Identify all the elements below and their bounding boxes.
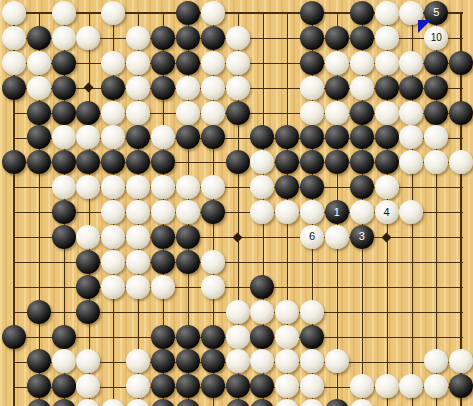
board-intersection[interactable] xyxy=(175,75,200,100)
board-intersection[interactable] xyxy=(51,75,76,100)
board-intersection[interactable]: 3 xyxy=(349,225,374,250)
white-stone xyxy=(399,51,423,75)
board-intersection[interactable] xyxy=(250,200,275,225)
board-intersection[interactable] xyxy=(349,399,374,406)
white-stone xyxy=(424,125,448,149)
board-intersection[interactable] xyxy=(26,75,51,100)
board-intersection[interactable] xyxy=(2,75,27,100)
board-intersection[interactable] xyxy=(225,374,250,399)
board-intersection[interactable] xyxy=(126,150,151,175)
board-intersection[interactable] xyxy=(300,399,325,406)
black-stone xyxy=(424,51,448,75)
board-intersection[interactable] xyxy=(151,274,176,299)
board-intersection[interactable] xyxy=(275,150,300,175)
board-intersection[interactable] xyxy=(349,1,374,26)
black-stone xyxy=(52,374,76,398)
board-intersection[interactable] xyxy=(300,1,325,26)
board-intersection[interactable] xyxy=(175,324,200,349)
move-number-label: 6 xyxy=(309,231,315,242)
board-intersection[interactable] xyxy=(26,50,51,75)
black-stone xyxy=(350,125,374,149)
black-stone xyxy=(176,51,200,75)
board-intersection[interactable] xyxy=(300,150,325,175)
black-stone xyxy=(226,150,250,174)
board-intersection[interactable] xyxy=(250,274,275,299)
board-intersection[interactable] xyxy=(399,150,424,175)
board-intersection[interactable] xyxy=(225,299,250,324)
board-intersection[interactable] xyxy=(175,249,200,274)
board-intersection[interactable] xyxy=(324,100,349,125)
board-intersection[interactable] xyxy=(151,399,176,406)
board-intersection[interactable] xyxy=(225,75,250,100)
board-intersection[interactable] xyxy=(151,25,176,50)
board-intersection[interactable] xyxy=(126,100,151,125)
white-stone xyxy=(151,175,175,199)
board-intersection[interactable] xyxy=(76,25,101,50)
board-intersection[interactable] xyxy=(374,100,399,125)
board-intersection[interactable] xyxy=(424,150,449,175)
white-stone xyxy=(151,200,175,224)
board-intersection[interactable] xyxy=(101,150,126,175)
board-intersection[interactable] xyxy=(374,125,399,150)
board-intersection[interactable] xyxy=(76,225,101,250)
board-intersection[interactable] xyxy=(275,125,300,150)
board-intersection[interactable] xyxy=(175,100,200,125)
board-intersection[interactable] xyxy=(101,100,126,125)
board-intersection[interactable] xyxy=(324,225,349,250)
board-intersection[interactable] xyxy=(250,150,275,175)
board-intersection[interactable] xyxy=(2,324,27,349)
black-stone xyxy=(176,399,200,406)
board-intersection[interactable] xyxy=(76,249,101,274)
board-intersection[interactable] xyxy=(51,125,76,150)
board-intersection[interactable] xyxy=(200,249,225,274)
board-intersection[interactable] xyxy=(76,175,101,200)
board-intersection[interactable] xyxy=(300,50,325,75)
board-intersection[interactable] xyxy=(2,25,27,50)
white-stone xyxy=(101,51,125,75)
black-stone xyxy=(27,349,51,373)
board-intersection[interactable] xyxy=(175,25,200,50)
board-intersection[interactable] xyxy=(200,1,225,26)
black-stone xyxy=(27,300,51,324)
board-intersection[interactable] xyxy=(324,349,349,374)
black-stone xyxy=(76,300,100,324)
board-intersection[interactable] xyxy=(76,100,101,125)
white-stone xyxy=(325,349,349,373)
board-intersection[interactable] xyxy=(126,125,151,150)
black-stone xyxy=(250,374,274,398)
board-intersection[interactable] xyxy=(225,349,250,374)
black-stone xyxy=(449,374,473,398)
board-intersection[interactable] xyxy=(250,349,275,374)
white-stone xyxy=(126,200,150,224)
black-stone xyxy=(325,150,349,174)
board-intersection[interactable] xyxy=(126,274,151,299)
white-stone xyxy=(399,374,423,398)
board-intersection[interactable] xyxy=(126,399,151,406)
board-intersection[interactable] xyxy=(101,175,126,200)
board-intersection[interactable] xyxy=(101,1,126,26)
black-stone xyxy=(350,175,374,199)
board-intersection[interactable] xyxy=(374,75,399,100)
board-intersection[interactable] xyxy=(399,100,424,125)
board-intersection[interactable] xyxy=(374,150,399,175)
board-intersection[interactable] xyxy=(151,374,176,399)
board-intersection[interactable] xyxy=(374,50,399,75)
board-intersection[interactable] xyxy=(424,125,449,150)
white-stone xyxy=(201,51,225,75)
white-stone xyxy=(226,349,250,373)
board-intersection[interactable] xyxy=(225,25,250,50)
board-intersection[interactable] xyxy=(51,100,76,125)
board-intersection[interactable] xyxy=(51,175,76,200)
board-intersection[interactable] xyxy=(151,75,176,100)
board-intersection[interactable] xyxy=(324,150,349,175)
black-stone xyxy=(399,76,423,100)
board-intersection[interactable] xyxy=(200,75,225,100)
black-stone xyxy=(151,51,175,75)
board-intersection[interactable] xyxy=(175,50,200,75)
board-intersection[interactable] xyxy=(101,75,126,100)
board-intersection[interactable] xyxy=(324,399,349,406)
white-stone xyxy=(126,26,150,50)
board-intersection[interactable] xyxy=(2,150,27,175)
board-intersection[interactable] xyxy=(126,200,151,225)
white-stone xyxy=(126,225,150,249)
board-intersection[interactable] xyxy=(126,25,151,50)
white-stone xyxy=(226,51,250,75)
white-stone xyxy=(300,374,324,398)
black-stone xyxy=(176,26,200,50)
board-intersection[interactable] xyxy=(200,25,225,50)
black-stone xyxy=(151,150,175,174)
board-intersection[interactable] xyxy=(26,374,51,399)
white-stone xyxy=(126,250,150,274)
board-intersection[interactable] xyxy=(76,125,101,150)
board-intersection[interactable] xyxy=(76,399,101,406)
board-intersection[interactable] xyxy=(300,324,325,349)
board-intersection[interactable] xyxy=(175,399,200,406)
white-stone xyxy=(250,349,274,373)
board-intersection[interactable] xyxy=(250,299,275,324)
white-stone xyxy=(76,175,100,199)
board-intersection[interactable] xyxy=(300,75,325,100)
board-intersection[interactable] xyxy=(175,374,200,399)
black-stone xyxy=(151,325,175,349)
board-intersection[interactable] xyxy=(449,100,473,125)
board-intersection[interactable] xyxy=(200,274,225,299)
board-intersection[interactable] xyxy=(424,349,449,374)
black-stone xyxy=(27,101,51,125)
board-intersection[interactable] xyxy=(51,324,76,349)
board-intersection[interactable] xyxy=(300,200,325,225)
board-intersection[interactable] xyxy=(250,125,275,150)
board-intersection[interactable] xyxy=(200,324,225,349)
black-stone xyxy=(350,1,374,25)
board-intersection[interactable] xyxy=(250,324,275,349)
board-intersection[interactable] xyxy=(51,225,76,250)
board-intersection[interactable] xyxy=(275,200,300,225)
white-stone xyxy=(2,26,26,50)
board-intersection[interactable] xyxy=(449,349,473,374)
board-intersection[interactable] xyxy=(399,200,424,225)
board-intersection[interactable] xyxy=(76,349,101,374)
black-stone xyxy=(52,101,76,125)
board-intersection[interactable] xyxy=(51,25,76,50)
board-intersection[interactable] xyxy=(51,50,76,75)
board-intersection[interactable] xyxy=(126,249,151,274)
black-stone xyxy=(325,399,349,406)
board-intersection[interactable] xyxy=(225,50,250,75)
board-intersection[interactable] xyxy=(424,100,449,125)
board-intersection[interactable] xyxy=(300,100,325,125)
white-stone xyxy=(76,374,100,398)
board-intersection[interactable] xyxy=(275,324,300,349)
board-intersection[interactable] xyxy=(26,25,51,50)
board-intersection[interactable] xyxy=(374,374,399,399)
black-stone xyxy=(250,125,274,149)
board-intersection[interactable] xyxy=(449,50,473,75)
board-intersection[interactable] xyxy=(250,374,275,399)
go-board[interactable]: 5101463 xyxy=(0,0,473,406)
board-intersection[interactable] xyxy=(300,175,325,200)
black-stone xyxy=(275,150,299,174)
board-intersection[interactable] xyxy=(349,100,374,125)
board-intersection[interactable] xyxy=(126,50,151,75)
board-intersection[interactable] xyxy=(2,50,27,75)
board-intersection[interactable] xyxy=(126,75,151,100)
black-stone xyxy=(300,325,324,349)
board-intersection[interactable] xyxy=(126,225,151,250)
board-intersection[interactable] xyxy=(300,299,325,324)
board-intersection[interactable] xyxy=(200,125,225,150)
board-intersection[interactable] xyxy=(275,175,300,200)
board-intersection[interactable] xyxy=(175,349,200,374)
black-stone xyxy=(76,150,100,174)
board-intersection[interactable] xyxy=(424,75,449,100)
board-intersection[interactable] xyxy=(175,200,200,225)
board-intersection[interactable] xyxy=(26,150,51,175)
black-stone xyxy=(76,250,100,274)
board-intersection[interactable] xyxy=(374,1,399,26)
white-stone xyxy=(325,225,349,249)
board-intersection[interactable] xyxy=(76,299,101,324)
blue-triangle-marker-icon xyxy=(418,20,431,33)
board-intersection[interactable] xyxy=(151,249,176,274)
board-intersection[interactable] xyxy=(324,75,349,100)
board-intersection[interactable] xyxy=(300,125,325,150)
black-stone xyxy=(151,76,175,100)
board-intersection[interactable]: 6 xyxy=(300,225,325,250)
white-stone xyxy=(52,175,76,199)
white-stone xyxy=(375,374,399,398)
board-intersection[interactable] xyxy=(200,100,225,125)
board-intersection[interactable] xyxy=(151,324,176,349)
board-intersection[interactable] xyxy=(275,299,300,324)
board-intersection[interactable] xyxy=(349,50,374,75)
white-stone xyxy=(52,349,76,373)
black-stone xyxy=(151,26,175,50)
board-intersection[interactable] xyxy=(225,150,250,175)
white-stone xyxy=(76,125,100,149)
white-stone xyxy=(325,101,349,125)
board-intersection[interactable] xyxy=(101,50,126,75)
white-stone xyxy=(201,175,225,199)
board-intersection[interactable] xyxy=(399,50,424,75)
board-intersection[interactable] xyxy=(225,324,250,349)
black-stone xyxy=(424,76,448,100)
board-intersection[interactable] xyxy=(424,374,449,399)
board-intersection[interactable] xyxy=(200,374,225,399)
board-intersection[interactable] xyxy=(175,125,200,150)
white-stone xyxy=(176,175,200,199)
white-stone xyxy=(350,76,374,100)
board-intersection[interactable] xyxy=(175,175,200,200)
board-intersection[interactable] xyxy=(324,50,349,75)
board-intersection[interactable] xyxy=(250,399,275,406)
board-intersection[interactable] xyxy=(26,399,51,406)
board-intersection[interactable] xyxy=(26,125,51,150)
board-intersection[interactable] xyxy=(101,225,126,250)
black-stone xyxy=(151,225,175,249)
board-intersection[interactable] xyxy=(51,399,76,406)
board-intersection[interactable] xyxy=(324,125,349,150)
board-intersection[interactable] xyxy=(449,150,473,175)
black-stone xyxy=(27,125,51,149)
board-intersection[interactable] xyxy=(374,175,399,200)
board-intersection[interactable] xyxy=(26,349,51,374)
board-intersection[interactable] xyxy=(151,175,176,200)
board-intersection[interactable] xyxy=(76,374,101,399)
board-intersection[interactable] xyxy=(51,1,76,26)
black-stone xyxy=(52,150,76,174)
board-intersection[interactable] xyxy=(151,125,176,150)
board-intersection[interactable] xyxy=(175,225,200,250)
board-intersection[interactable] xyxy=(126,374,151,399)
board-intersection[interactable] xyxy=(399,374,424,399)
white-stone xyxy=(201,101,225,125)
white-stone xyxy=(250,300,274,324)
board-intersection[interactable] xyxy=(151,225,176,250)
board-intersection[interactable] xyxy=(101,249,126,274)
board-intersection[interactable] xyxy=(374,25,399,50)
black-stone xyxy=(52,399,76,406)
black-stone xyxy=(201,349,225,373)
board-intersection[interactable] xyxy=(200,175,225,200)
board-intersection[interactable] xyxy=(126,349,151,374)
board-intersection[interactable] xyxy=(101,125,126,150)
board-intersection[interactable] xyxy=(275,399,300,406)
black-stone xyxy=(375,125,399,149)
white-stone xyxy=(126,175,150,199)
white-stone xyxy=(375,51,399,75)
board-intersection[interactable] xyxy=(300,349,325,374)
white-stone xyxy=(52,26,76,50)
board-intersection[interactable] xyxy=(101,399,126,406)
board-intersection[interactable] xyxy=(26,299,51,324)
board-intersection[interactable] xyxy=(101,274,126,299)
board-intersection[interactable] xyxy=(399,75,424,100)
board-intersection[interactable] xyxy=(26,100,51,125)
board-intersection[interactable] xyxy=(2,1,27,26)
black-stone: 1 xyxy=(325,200,349,224)
black-stone xyxy=(201,125,225,149)
white-stone xyxy=(27,51,51,75)
white-stone xyxy=(350,51,374,75)
white-stone xyxy=(201,1,225,25)
board-intersection[interactable] xyxy=(51,150,76,175)
black-stone xyxy=(52,200,76,224)
board-intersection[interactable] xyxy=(324,25,349,50)
black-stone xyxy=(375,150,399,174)
board-intersection[interactable] xyxy=(225,399,250,406)
board-intersection[interactable]: 1 xyxy=(324,200,349,225)
black-stone xyxy=(76,101,100,125)
white-stone xyxy=(52,125,76,149)
black-stone xyxy=(27,150,51,174)
board-intersection[interactable] xyxy=(76,274,101,299)
board-intersection[interactable] xyxy=(151,349,176,374)
board-intersection[interactable] xyxy=(151,200,176,225)
white-stone xyxy=(2,51,26,75)
board-intersection[interactable] xyxy=(275,349,300,374)
board-intersection[interactable] xyxy=(300,374,325,399)
board-intersection[interactable] xyxy=(151,150,176,175)
board-intersection[interactable] xyxy=(349,125,374,150)
board-intersection[interactable] xyxy=(349,150,374,175)
black-stone xyxy=(176,325,200,349)
black-stone xyxy=(52,325,76,349)
board-intersection[interactable] xyxy=(424,50,449,75)
black-stone xyxy=(250,399,274,406)
black-stone xyxy=(226,399,250,406)
board-intersection[interactable] xyxy=(250,175,275,200)
board-intersection[interactable] xyxy=(101,200,126,225)
board-intersection[interactable] xyxy=(225,100,250,125)
board-intersection[interactable] xyxy=(200,349,225,374)
board-intersection[interactable] xyxy=(399,125,424,150)
board-intersection[interactable] xyxy=(175,1,200,26)
board-intersection[interactable] xyxy=(151,50,176,75)
board-intersection[interactable] xyxy=(76,150,101,175)
black-stone xyxy=(275,125,299,149)
board-intersection[interactable] xyxy=(200,200,225,225)
board-intersection[interactable] xyxy=(51,374,76,399)
white-stone xyxy=(424,374,448,398)
board-intersection[interactable] xyxy=(300,25,325,50)
move-number-label: 10 xyxy=(431,33,442,43)
board-intersection[interactable] xyxy=(349,25,374,50)
board-intersection[interactable] xyxy=(51,200,76,225)
board-intersection[interactable] xyxy=(275,374,300,399)
board-intersection[interactable] xyxy=(349,200,374,225)
board-intersection[interactable] xyxy=(349,175,374,200)
white-stone xyxy=(375,101,399,125)
board-intersection[interactable] xyxy=(349,75,374,100)
white-stone xyxy=(399,125,423,149)
board-intersection[interactable] xyxy=(51,349,76,374)
white-stone xyxy=(275,300,299,324)
board-intersection[interactable] xyxy=(200,50,225,75)
black-stone xyxy=(250,275,274,299)
board-intersection[interactable] xyxy=(126,175,151,200)
board-intersection[interactable]: 4 xyxy=(374,200,399,225)
board-intersection[interactable] xyxy=(449,374,473,399)
board-intersection[interactable] xyxy=(349,374,374,399)
white-stone xyxy=(275,374,299,398)
stones-layer: 5101463 xyxy=(2,1,473,406)
